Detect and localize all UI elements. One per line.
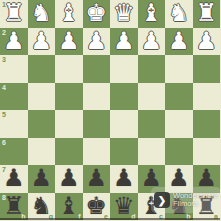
square-c5[interactable] [138, 110, 166, 138]
square-d2[interactable]: ♟ [110, 28, 138, 56]
square-e2[interactable]: ♟ [83, 28, 111, 56]
square-c1[interactable]: ♝ [138, 0, 166, 28]
square-g3[interactable] [28, 55, 56, 83]
white-pawn: ♟ [3, 27, 25, 55]
square-f5[interactable] [55, 110, 83, 138]
square-d8[interactable]: d♛ [110, 193, 138, 221]
rank-label-3: 3 [2, 56, 6, 63]
square-b5[interactable] [165, 110, 193, 138]
watermark-line2: Filmora [173, 200, 218, 209]
square-d4[interactable] [110, 83, 138, 111]
filmora-watermark: ❯ Wondershare Filmora [151, 187, 220, 213]
white-pawn: ♟ [58, 27, 80, 55]
square-b4[interactable] [165, 83, 193, 111]
white-queen: ♛ [113, 0, 135, 27]
square-f1[interactable]: ♝ [55, 0, 83, 28]
black-bishop: ♝ [58, 192, 80, 220]
square-f2[interactable]: ♟ [55, 28, 83, 56]
rank-label-6: 6 [2, 139, 6, 146]
square-c6[interactable] [138, 138, 166, 166]
square-h7[interactable]: 7♟ [0, 165, 28, 193]
square-g2[interactable]: ♟ [28, 28, 56, 56]
square-e4[interactable] [83, 83, 111, 111]
square-h4[interactable]: 4 [0, 83, 28, 111]
square-d5[interactable] [110, 110, 138, 138]
white-knight: ♞ [30, 0, 52, 27]
square-g1[interactable]: ♞ [28, 0, 56, 28]
black-pawn: ♟ [3, 165, 25, 193]
square-b3[interactable] [165, 55, 193, 83]
white-bishop: ♝ [58, 0, 80, 27]
square-g6[interactable] [28, 138, 56, 166]
white-king: ♚ [85, 0, 107, 27]
square-e6[interactable] [83, 138, 111, 166]
rank-label-5: 5 [2, 111, 6, 118]
rank-label-1: 1 [2, 1, 6, 8]
square-h3[interactable]: 3 [0, 55, 28, 83]
square-h5[interactable]: 5 [0, 110, 28, 138]
black-pawn: ♟ [85, 165, 107, 193]
rank-label-2: 2 [2, 29, 6, 36]
square-f6[interactable] [55, 138, 83, 166]
square-c3[interactable] [138, 55, 166, 83]
square-b1[interactable]: ♞ [165, 0, 193, 28]
square-e1[interactable]: ♚ [83, 0, 111, 28]
white-pawn: ♟ [85, 27, 107, 55]
square-a2[interactable]: ♟ [193, 28, 221, 56]
white-pawn: ♟ [30, 27, 52, 55]
square-b2[interactable]: ♟ [165, 28, 193, 56]
square-c2[interactable]: ♟ [138, 28, 166, 56]
square-e3[interactable] [83, 55, 111, 83]
black-pawn: ♟ [58, 165, 80, 193]
square-f8[interactable]: f♝ [55, 193, 83, 221]
square-d7[interactable]: ♟ [110, 165, 138, 193]
square-g7[interactable]: ♟ [28, 165, 56, 193]
watermark-text: Wondershare Filmora [173, 192, 218, 209]
rank-label-4: 4 [2, 84, 6, 91]
square-h8[interactable]: 8h♜ [0, 193, 28, 221]
square-e8[interactable]: e♚ [83, 193, 111, 221]
square-g8[interactable]: g♞ [28, 193, 56, 221]
square-f7[interactable]: ♟ [55, 165, 83, 193]
square-a1[interactable]: ♜ [193, 0, 221, 28]
white-pawn: ♟ [113, 27, 135, 55]
square-f4[interactable] [55, 83, 83, 111]
white-knight: ♞ [168, 0, 190, 27]
square-h6[interactable]: 6 [0, 138, 28, 166]
square-a4[interactable] [193, 83, 221, 111]
play-chevron-icon: ❯ [154, 192, 170, 208]
square-g5[interactable] [28, 110, 56, 138]
square-d6[interactable] [110, 138, 138, 166]
square-h1[interactable]: 1♜ [0, 0, 28, 28]
white-rook: ♜ [195, 0, 217, 27]
square-h2[interactable]: 2♟ [0, 28, 28, 56]
white-bishop: ♝ [140, 0, 162, 27]
square-e5[interactable] [83, 110, 111, 138]
square-d3[interactable] [110, 55, 138, 83]
black-pawn: ♟ [30, 165, 52, 193]
square-d1[interactable]: ♛ [110, 0, 138, 28]
square-a3[interactable] [193, 55, 221, 83]
square-a6[interactable] [193, 138, 221, 166]
square-b6[interactable] [165, 138, 193, 166]
white-pawn: ♟ [195, 27, 217, 55]
square-e7[interactable]: ♟ [83, 165, 111, 193]
rank-label-7: 7 [2, 166, 6, 173]
rank-label-8: 8 [2, 194, 6, 201]
square-g4[interactable] [28, 83, 56, 111]
black-pawn: ♟ [113, 165, 135, 193]
white-rook: ♜ [3, 0, 25, 27]
square-a5[interactable] [193, 110, 221, 138]
white-pawn: ♟ [140, 27, 162, 55]
square-f3[interactable] [55, 55, 83, 83]
white-pawn: ♟ [168, 27, 190, 55]
square-c4[interactable] [138, 83, 166, 111]
video-edge-line [0, 218, 220, 220]
